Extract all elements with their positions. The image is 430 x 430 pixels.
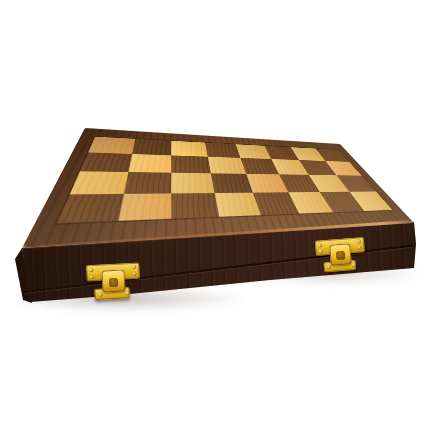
latch-hasp-icon — [102, 269, 125, 293]
brass-latch-right — [315, 237, 366, 273]
board-square-r1c1 — [128, 154, 171, 173]
board-square-r2c1 — [123, 172, 171, 194]
board-square-r1c0 — [80, 152, 132, 172]
product-photo-stage — [0, 0, 430, 430]
board-square-r3c2 — [171, 193, 218, 219]
board-square-r2c0 — [70, 171, 128, 194]
board-square-r2c2 — [171, 173, 214, 194]
board-square-r3c1 — [118, 193, 171, 220]
latch-hasp-icon — [329, 244, 351, 266]
board-square-r0c1 — [132, 139, 172, 156]
board-square-r0c2 — [171, 141, 207, 157]
board-square-r0c0 — [88, 137, 135, 154]
board-square-r1c2 — [171, 155, 210, 173]
brass-latch-left — [86, 263, 141, 301]
board-square-r3c0 — [57, 194, 123, 223]
